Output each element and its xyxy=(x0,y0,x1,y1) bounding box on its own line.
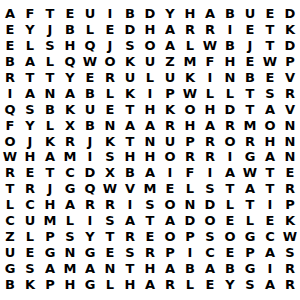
grid-cell-r3c4[interactable]: H xyxy=(60,38,80,54)
grid-cell-r17c2[interactable]: S xyxy=(20,260,40,276)
grid-cell-r10c5[interactable]: I xyxy=(80,149,100,165)
grid-cell-r5c9[interactable]: U xyxy=(160,70,180,86)
grid-cell-r6c7[interactable]: K xyxy=(120,85,140,101)
grid-cell-r1c7[interactable]: B xyxy=(120,6,140,22)
grid-cell-r2c15[interactable]: K xyxy=(280,22,300,38)
grid-cell-r17c15[interactable]: R xyxy=(280,260,300,276)
grid-cell-r17c8[interactable]: H xyxy=(140,260,160,276)
grid-cell-r11c5[interactable]: D xyxy=(80,165,100,181)
grid-cell-r9c6[interactable]: K xyxy=(100,133,120,149)
grid-cell-r11c12[interactable]: A xyxy=(220,165,240,181)
grid-cell-r15c3[interactable]: P xyxy=(40,228,60,244)
grid-cell-r7c1[interactable]: Q xyxy=(0,101,20,117)
grid-cell-r8c1[interactable]: F xyxy=(0,117,20,133)
grid-cell-r5c14[interactable]: E xyxy=(260,70,280,86)
grid-cell-r17c10[interactable]: B xyxy=(180,260,200,276)
grid-cell-r11c7[interactable]: B xyxy=(120,165,140,181)
grid-cell-r10c11[interactable]: R xyxy=(200,149,220,165)
grid-cell-r18c14[interactable]: A xyxy=(260,276,280,292)
grid-cell-r16c8[interactable]: R xyxy=(140,244,160,260)
grid-cell-r8c6[interactable]: N xyxy=(100,117,120,133)
grid-cell-r8c12[interactable]: R xyxy=(220,117,240,133)
grid-cell-r2c11[interactable]: R xyxy=(200,22,220,38)
grid-cell-r18c12[interactable]: Y xyxy=(220,276,240,292)
grid-cell-r1c14[interactable]: E xyxy=(260,6,280,22)
grid-cell-r5c2[interactable]: T xyxy=(20,70,40,86)
grid-cell-r4c12[interactable]: H xyxy=(220,54,240,70)
grid-cell-r16c1[interactable]: U xyxy=(0,244,20,260)
grid-cell-r2c13[interactable]: E xyxy=(240,22,260,38)
grid-cell-r9c5[interactable]: J xyxy=(80,133,100,149)
grid-cell-r16c14[interactable]: A xyxy=(260,244,280,260)
grid-cell-r18c4[interactable]: H xyxy=(60,276,80,292)
grid-cell-r14c3[interactable]: M xyxy=(40,213,60,229)
grid-cell-r7c11[interactable]: H xyxy=(200,101,220,117)
grid-cell-r11c10[interactable]: F xyxy=(180,165,200,181)
grid-cell-r3c10[interactable]: L xyxy=(180,38,200,54)
grid-cell-r14c4[interactable]: L xyxy=(60,213,80,229)
grid-cell-r9c14[interactable]: H xyxy=(260,133,280,149)
grid-cell-r15c5[interactable]: Y xyxy=(80,228,100,244)
grid-cell-r11c8[interactable]: A xyxy=(140,165,160,181)
grid-cell-r8c3[interactable]: L xyxy=(40,117,60,133)
grid-cell-r15c4[interactable]: S xyxy=(60,228,80,244)
grid-cell-r5c8[interactable]: L xyxy=(140,70,160,86)
grid-cell-r17c9[interactable]: A xyxy=(160,260,180,276)
grid-cell-r17c6[interactable]: N xyxy=(100,260,120,276)
grid-cell-r10c13[interactable]: G xyxy=(240,149,260,165)
grid-cell-r11c4[interactable]: C xyxy=(60,165,80,181)
grid-cell-r7c7[interactable]: T xyxy=(120,101,140,117)
grid-cell-r9c1[interactable]: O xyxy=(0,133,20,149)
grid-cell-r3c6[interactable]: J xyxy=(100,38,120,54)
grid-cell-r9c11[interactable]: R xyxy=(200,133,220,149)
grid-cell-r2c4[interactable]: B xyxy=(60,22,80,38)
grid-cell-r12c8[interactable]: M xyxy=(140,181,160,197)
grid-cell-r13c6[interactable]: R xyxy=(100,197,120,213)
grid-cell-r13c10[interactable]: N xyxy=(180,197,200,213)
grid-cell-r1c5[interactable]: U xyxy=(80,6,100,22)
grid-cell-r7c4[interactable]: K xyxy=(60,101,80,117)
grid-cell-r12c3[interactable]: J xyxy=(40,181,60,197)
grid-cell-r9c10[interactable]: P xyxy=(180,133,200,149)
grid-cell-r6c6[interactable]: L xyxy=(100,85,120,101)
grid-cell-r9c15[interactable]: N xyxy=(280,133,300,149)
grid-cell-r3c15[interactable]: D xyxy=(280,38,300,54)
grid-cell-r15c14[interactable]: C xyxy=(260,228,280,244)
grid-cell-r1c12[interactable]: B xyxy=(220,6,240,22)
grid-cell-r11c6[interactable]: X xyxy=(100,165,120,181)
grid-cell-r1c3[interactable]: T xyxy=(40,6,60,22)
grid-cell-r9c12[interactable]: O xyxy=(220,133,240,149)
grid-cell-r5c7[interactable]: U xyxy=(120,70,140,86)
grid-cell-r14c1[interactable]: C xyxy=(0,213,20,229)
grid-cell-r2c8[interactable]: H xyxy=(140,22,160,38)
grid-cell-r16c12[interactable]: E xyxy=(220,244,240,260)
grid-cell-r11c2[interactable]: E xyxy=(20,165,40,181)
grid-cell-r12c13[interactable]: A xyxy=(240,181,260,197)
grid-cell-r15c2[interactable]: L xyxy=(20,228,40,244)
grid-cell-r16c5[interactable]: G xyxy=(80,244,100,260)
grid-cell-r16c2[interactable]: E xyxy=(20,244,40,260)
grid-cell-r10c9[interactable]: O xyxy=(160,149,180,165)
grid-cell-r17c3[interactable]: A xyxy=(40,260,60,276)
grid-cell-r10c12[interactable]: I xyxy=(220,149,240,165)
grid-cell-r14c15[interactable]: K xyxy=(280,213,300,229)
grid-cell-r18c5[interactable]: G xyxy=(80,276,100,292)
grid-cell-r5c15[interactable]: V xyxy=(280,70,300,86)
grid-cell-r11c1[interactable]: R xyxy=(0,165,20,181)
grid-cell-r7c10[interactable]: O xyxy=(180,101,200,117)
grid-cell-r16c13[interactable]: P xyxy=(240,244,260,260)
grid-cell-r1c1[interactable]: A xyxy=(0,6,20,22)
grid-cell-r13c5[interactable]: R xyxy=(80,197,100,213)
grid-cell-r4c14[interactable]: W xyxy=(260,54,280,70)
grid-cell-r10c4[interactable]: M xyxy=(60,149,80,165)
grid-cell-r17c14[interactable]: I xyxy=(260,260,280,276)
grid-cell-r5c12[interactable]: N xyxy=(220,70,240,86)
grid-cell-r17c5[interactable]: A xyxy=(80,260,100,276)
grid-cell-r5c3[interactable]: T xyxy=(40,70,60,86)
grid-cell-r6c5[interactable]: B xyxy=(80,85,100,101)
grid-cell-r10c14[interactable]: A xyxy=(260,149,280,165)
grid-cell-r4c6[interactable]: O xyxy=(100,54,120,70)
grid-cell-r4c15[interactable]: P xyxy=(280,54,300,70)
grid-cell-r8c10[interactable]: H xyxy=(180,117,200,133)
grid-cell-r13c11[interactable]: D xyxy=(200,197,220,213)
grid-cell-r11c15[interactable]: E xyxy=(280,165,300,181)
grid-cell-r7c14[interactable]: A xyxy=(260,101,280,117)
grid-cell-r10c8[interactable]: H xyxy=(140,149,160,165)
grid-cell-r16c9[interactable]: P xyxy=(160,244,180,260)
grid-cell-r12c2[interactable]: R xyxy=(20,181,40,197)
grid-cell-r18c6[interactable]: L xyxy=(100,276,120,292)
grid-cell-r12c15[interactable]: R xyxy=(280,181,300,197)
grid-cell-r18c8[interactable]: A xyxy=(140,276,160,292)
grid-cell-r13c8[interactable]: S xyxy=(140,197,160,213)
grid-cell-r6c8[interactable]: I xyxy=(140,85,160,101)
grid-cell-r18c1[interactable]: B xyxy=(0,276,20,292)
grid-cell-r2c12[interactable]: I xyxy=(220,22,240,38)
grid-cell-r3c11[interactable]: W xyxy=(200,38,220,54)
grid-cell-r18c13[interactable]: S xyxy=(240,276,260,292)
grid-cell-r12c14[interactable]: T xyxy=(260,181,280,197)
grid-cell-r12c11[interactable]: S xyxy=(200,181,220,197)
grid-cell-r16c10[interactable]: I xyxy=(180,244,200,260)
grid-cell-r10c3[interactable]: A xyxy=(40,149,60,165)
grid-cell-r6c11[interactable]: L xyxy=(200,85,220,101)
grid-cell-r13c4[interactable]: A xyxy=(60,197,80,213)
grid-cell-r15c11[interactable]: S xyxy=(200,228,220,244)
grid-cell-r4c3[interactable]: L xyxy=(40,54,60,70)
grid-cell-r14c8[interactable]: T xyxy=(140,213,160,229)
grid-cell-r5c6[interactable]: R xyxy=(100,70,120,86)
grid-cell-r10c2[interactable]: H xyxy=(20,149,40,165)
grid-cell-r14c10[interactable]: D xyxy=(180,213,200,229)
grid-cell-r13c14[interactable]: I xyxy=(260,197,280,213)
grid-cell-r1c11[interactable]: A xyxy=(200,6,220,22)
grid-cell-r18c3[interactable]: P xyxy=(40,276,60,292)
grid-cell-r7c5[interactable]: U xyxy=(80,101,100,117)
grid-cell-r2c5[interactable]: L xyxy=(80,22,100,38)
grid-cell-r16c6[interactable]: E xyxy=(100,244,120,260)
grid-cell-r6c12[interactable]: L xyxy=(220,85,240,101)
grid-cell-r7c6[interactable]: E xyxy=(100,101,120,117)
grid-cell-r6c9[interactable]: P xyxy=(160,85,180,101)
grid-cell-r10c1[interactable]: W xyxy=(0,149,20,165)
grid-cell-r13c15[interactable]: P xyxy=(280,197,300,213)
grid-cell-r15c1[interactable]: Z xyxy=(0,228,20,244)
grid-cell-r15c6[interactable]: T xyxy=(100,228,120,244)
grid-cell-r5c5[interactable]: E xyxy=(80,70,100,86)
grid-cell-r4c4[interactable]: Q xyxy=(60,54,80,70)
grid-cell-r14c13[interactable]: L xyxy=(240,213,260,229)
grid-cell-r15c12[interactable]: O xyxy=(220,228,240,244)
grid-cell-r3c12[interactable]: B xyxy=(220,38,240,54)
grid-cell-r8c14[interactable]: O xyxy=(260,117,280,133)
grid-cell-r8c7[interactable]: A xyxy=(120,117,140,133)
grid-cell-r11c14[interactable]: T xyxy=(260,165,280,181)
grid-cell-r18c11[interactable]: E xyxy=(200,276,220,292)
word-search-page: AFTEUIBDYHABUEDEYJBLEDHARRIETKELSHQJSOAL… xyxy=(0,0,300,300)
grid-cell-r3c2[interactable]: L xyxy=(20,38,40,54)
grid-cell-r18c9[interactable]: R xyxy=(160,276,180,292)
grid-cell-r2c9[interactable]: A xyxy=(160,22,180,38)
grid-cell-r5c10[interactable]: K xyxy=(180,70,200,86)
grid-cell-r13c3[interactable]: H xyxy=(40,197,60,213)
grid-cell-r14c2[interactable]: U xyxy=(20,213,40,229)
grid-cell-r1c8[interactable]: D xyxy=(140,6,160,22)
grid-cell-r16c11[interactable]: C xyxy=(200,244,220,260)
grid-cell-r3c1[interactable]: E xyxy=(0,38,20,54)
grid-cell-r3c5[interactable]: Q xyxy=(80,38,100,54)
grid-cell-r5c11[interactable]: I xyxy=(200,70,220,86)
grid-cell-r12c6[interactable]: W xyxy=(100,181,120,197)
grid-cell-r8c8[interactable]: A xyxy=(140,117,160,133)
grid-cell-r7c12[interactable]: D xyxy=(220,101,240,117)
grid-cell-r17c4[interactable]: M xyxy=(60,260,80,276)
grid-cell-r6c3[interactable]: N xyxy=(40,85,60,101)
grid-cell-r2c1[interactable]: E xyxy=(0,22,20,38)
grid-cell-r8c9[interactable]: R xyxy=(160,117,180,133)
grid-cell-r5c4[interactable]: Y xyxy=(60,70,80,86)
grid-cell-r6c15[interactable]: R xyxy=(280,85,300,101)
grid-cell-r6c10[interactable]: W xyxy=(180,85,200,101)
grid-cell-r7c2[interactable]: S xyxy=(20,101,40,117)
grid-cell-r1c15[interactable]: D xyxy=(280,6,300,22)
grid-cell-r17c11[interactable]: A xyxy=(200,260,220,276)
grid-cell-r5c13[interactable]: B xyxy=(240,70,260,86)
grid-cell-r12c9[interactable]: E xyxy=(160,181,180,197)
grid-cell-r2c2[interactable]: Y xyxy=(20,22,40,38)
grid-cell-r17c13[interactable]: G xyxy=(240,260,260,276)
grid-cell-r8c13[interactable]: M xyxy=(240,117,260,133)
grid-cell-r15c9[interactable]: O xyxy=(160,228,180,244)
grid-cell-r4c13[interactable]: E xyxy=(240,54,260,70)
grid-cell-r10c15[interactable]: N xyxy=(280,149,300,165)
grid-cell-r9c7[interactable]: T xyxy=(120,133,140,149)
grid-cell-r7c3[interactable]: B xyxy=(40,101,60,117)
grid-cell-r1c6[interactable]: I xyxy=(100,6,120,22)
grid-cell-r8c5[interactable]: B xyxy=(80,117,100,133)
grid-cell-r1c9[interactable]: Y xyxy=(160,6,180,22)
grid-cell-r13c1[interactable]: L xyxy=(0,197,20,213)
grid-cell-r17c7[interactable]: T xyxy=(120,260,140,276)
grid-cell-r3c7[interactable]: S xyxy=(120,38,140,54)
grid-cell-r16c4[interactable]: N xyxy=(60,244,80,260)
grid-cell-r6c2[interactable]: A xyxy=(20,85,40,101)
grid-cell-r17c12[interactable]: B xyxy=(220,260,240,276)
grid-cell-r9c2[interactable]: J xyxy=(20,133,40,149)
grid-cell-r6c13[interactable]: T xyxy=(240,85,260,101)
grid-cell-r7c15[interactable]: V xyxy=(280,101,300,117)
grid-cell-r12c5[interactable]: Q xyxy=(80,181,100,197)
grid-cell-r8c2[interactable]: Y xyxy=(20,117,40,133)
grid-cell-r9c9[interactable]: U xyxy=(160,133,180,149)
grid-cell-r4c11[interactable]: F xyxy=(200,54,220,70)
grid-cell-r13c2[interactable]: C xyxy=(20,197,40,213)
grid-cell-r3c9[interactable]: A xyxy=(160,38,180,54)
grid-cell-r16c7[interactable]: S xyxy=(120,244,140,260)
grid-cell-r14c6[interactable]: S xyxy=(100,213,120,229)
grid-cell-r6c14[interactable]: S xyxy=(260,85,280,101)
grid-cell-r4c10[interactable]: M xyxy=(180,54,200,70)
word-search-grid: AFTEUIBDYHABUEDEYJBLEDHARRIETKELSHQJSOAL… xyxy=(0,0,300,300)
grid-cell-r3c14[interactable]: T xyxy=(260,38,280,54)
grid-cell-r14c9[interactable]: A xyxy=(160,213,180,229)
grid-cell-r9c4[interactable]: R xyxy=(60,133,80,149)
grid-cell-r3c3[interactable]: S xyxy=(40,38,60,54)
grid-cell-r2c3[interactable]: J xyxy=(40,22,60,38)
grid-cell-r16c3[interactable]: G xyxy=(40,244,60,260)
grid-cell-r14c14[interactable]: E xyxy=(260,213,280,229)
grid-cell-r14c12[interactable]: E xyxy=(220,213,240,229)
grid-cell-r4c9[interactable]: Z xyxy=(160,54,180,70)
grid-cell-r9c3[interactable]: K xyxy=(40,133,60,149)
grid-cell-r15c13[interactable]: G xyxy=(240,228,260,244)
grid-cell-r2c7[interactable]: D xyxy=(120,22,140,38)
grid-cell-r11c13[interactable]: W xyxy=(240,165,260,181)
grid-cell-r11c11[interactable]: I xyxy=(200,165,220,181)
grid-cell-r14c11[interactable]: O xyxy=(200,213,220,229)
grid-cell-r15c15[interactable]: W xyxy=(280,228,300,244)
grid-cell-r18c2[interactable]: K xyxy=(20,276,40,292)
grid-cell-r6c4[interactable]: A xyxy=(60,85,80,101)
grid-cell-r8c11[interactable]: A xyxy=(200,117,220,133)
grid-cell-r4c1[interactable]: B xyxy=(0,54,20,70)
grid-cell-r2c6[interactable]: E xyxy=(100,22,120,38)
grid-cell-r13c9[interactable]: O xyxy=(160,197,180,213)
grid-cell-r13c7[interactable]: I xyxy=(120,197,140,213)
grid-cell-r15c10[interactable]: P xyxy=(180,228,200,244)
grid-cell-r15c7[interactable]: R xyxy=(120,228,140,244)
grid-cell-r13c13[interactable]: T xyxy=(240,197,260,213)
grid-cell-r9c8[interactable]: N xyxy=(140,133,160,149)
grid-cell-r1c2[interactable]: F xyxy=(20,6,40,22)
grid-cell-r12c4[interactable]: G xyxy=(60,181,80,197)
grid-cell-r14c5[interactable]: I xyxy=(80,213,100,229)
grid-cell-r9c13[interactable]: R xyxy=(240,133,260,149)
grid-cell-r4c2[interactable]: A xyxy=(20,54,40,70)
grid-cell-r11c9[interactable]: I xyxy=(160,165,180,181)
grid-cell-r2c14[interactable]: T xyxy=(260,22,280,38)
grid-cell-r4c8[interactable]: U xyxy=(140,54,160,70)
grid-cell-r16c15[interactable]: S xyxy=(280,244,300,260)
grid-cell-r5c1[interactable]: R xyxy=(0,70,20,86)
grid-cell-r17c1[interactable]: G xyxy=(0,260,20,276)
grid-cell-r11c3[interactable]: T xyxy=(40,165,60,181)
grid-cell-r8c15[interactable]: N xyxy=(280,117,300,133)
grid-cell-r12c10[interactable]: L xyxy=(180,181,200,197)
grid-cell-r2c10[interactable]: R xyxy=(180,22,200,38)
grid-cell-r15c8[interactable]: E xyxy=(140,228,160,244)
grid-cell-r18c7[interactable]: H xyxy=(120,276,140,292)
grid-cell-r3c13[interactable]: J xyxy=(240,38,260,54)
grid-cell-r7c8[interactable]: H xyxy=(140,101,160,117)
grid-cell-r12c12[interactable]: T xyxy=(220,181,240,197)
grid-cell-r10c7[interactable]: H xyxy=(120,149,140,165)
grid-cell-r7c9[interactable]: K xyxy=(160,101,180,117)
grid-cell-r3c8[interactable]: O xyxy=(140,38,160,54)
grid-cell-r14c7[interactable]: A xyxy=(120,213,140,229)
grid-cell-r10c6[interactable]: S xyxy=(100,149,120,165)
grid-cell-r18c10[interactable]: L xyxy=(180,276,200,292)
grid-cell-r7c13[interactable]: T xyxy=(240,101,260,117)
grid-cell-r1c10[interactable]: H xyxy=(180,6,200,22)
grid-cell-r1c13[interactable]: U xyxy=(240,6,260,22)
grid-cell-r8c4[interactable]: X xyxy=(60,117,80,133)
grid-cell-r6c1[interactable]: I xyxy=(0,85,20,101)
grid-cell-r10c10[interactable]: R xyxy=(180,149,200,165)
grid-cell-r4c7[interactable]: K xyxy=(120,54,140,70)
grid-cell-r12c1[interactable]: T xyxy=(0,181,20,197)
grid-cell-r4c5[interactable]: W xyxy=(80,54,100,70)
grid-cell-r1c4[interactable]: E xyxy=(60,6,80,22)
grid-cell-r18c15[interactable]: R xyxy=(280,276,300,292)
grid-cell-r13c12[interactable]: L xyxy=(220,197,240,213)
grid-cell-r12c7[interactable]: V xyxy=(120,181,140,197)
